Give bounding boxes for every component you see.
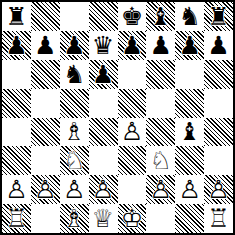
black-pawn-piece: ♟♟ xyxy=(146,31,175,60)
square-d8[interactable] xyxy=(89,2,118,31)
square-g7[interactable]: ♟♟ xyxy=(175,31,204,60)
square-b7[interactable]: ♟♟ xyxy=(31,31,60,60)
black-pawn-piece: ♟♟ xyxy=(31,31,60,60)
piece-glyph: ♞ xyxy=(175,2,204,31)
piece-glyph: ♟ xyxy=(175,31,204,60)
white-pawn-piece: ♟♙ xyxy=(89,175,118,204)
white-queen-piece: ♛♕ xyxy=(89,204,118,233)
black-pawn-piece: ♟♟ xyxy=(175,31,204,60)
black-knight-piece: ♞♞ xyxy=(60,60,89,89)
piece-glyph: ♚ xyxy=(118,2,147,31)
white-pawn-piece: ♟♙ xyxy=(60,175,89,204)
square-g6[interactable] xyxy=(175,60,204,89)
square-e4[interactable]: ♟♙ xyxy=(118,118,147,147)
square-a7[interactable]: ♟♟ xyxy=(2,31,31,60)
white-rook-piece: ♜♖ xyxy=(2,204,31,233)
black-queen-piece: ♛♛ xyxy=(89,31,118,60)
white-pawn-piece: ♟♙ xyxy=(146,175,175,204)
black-rook-piece: ♜♜ xyxy=(2,2,31,31)
square-c2[interactable]: ♟♙ xyxy=(60,175,89,204)
square-b5[interactable] xyxy=(31,89,60,118)
piece-glyph: ♕ xyxy=(89,204,118,233)
piece-glyph: ♟ xyxy=(118,31,147,60)
square-f5[interactable] xyxy=(146,89,175,118)
square-e6[interactable] xyxy=(118,60,147,89)
square-f1[interactable] xyxy=(146,204,175,233)
piece-glyph: ♗ xyxy=(60,204,89,233)
square-e8[interactable]: ♚♚ xyxy=(118,2,147,31)
piece-glyph: ♔ xyxy=(118,204,147,233)
piece-glyph: ♟ xyxy=(146,31,175,60)
piece-glyph: ♙ xyxy=(175,175,204,204)
piece-glyph: ♙ xyxy=(146,175,175,204)
piece-glyph: ♙ xyxy=(60,175,89,204)
square-c3[interactable]: ♞♘ xyxy=(60,146,89,175)
square-g4[interactable]: ♝♝ xyxy=(175,118,204,147)
chess-board: ♜♜♚♚♝♝♞♞♜♜♟♟♟♟♟♟♛♛♟♟♟♟♟♟♟♟♞♞♟♟♝♗♟♙♝♝♞♘♞♘… xyxy=(0,0,235,235)
piece-glyph: ♙ xyxy=(89,175,118,204)
square-e3[interactable] xyxy=(118,146,147,175)
piece-glyph: ♗ xyxy=(60,118,89,147)
white-pawn-piece: ♟♙ xyxy=(31,175,60,204)
piece-glyph: ♘ xyxy=(60,146,89,175)
square-e1[interactable]: ♚♔ xyxy=(118,204,147,233)
square-h5[interactable] xyxy=(204,89,233,118)
square-b1[interactable] xyxy=(31,204,60,233)
white-pawn-piece: ♟♙ xyxy=(204,175,233,204)
black-pawn-piece: ♟♟ xyxy=(60,31,89,60)
piece-glyph: ♟ xyxy=(60,31,89,60)
piece-glyph: ♜ xyxy=(204,2,233,31)
black-knight-piece: ♞♞ xyxy=(175,2,204,31)
square-c5[interactable] xyxy=(60,89,89,118)
square-f2[interactable]: ♟♙ xyxy=(146,175,175,204)
piece-glyph: ♜ xyxy=(2,2,31,31)
square-f6[interactable] xyxy=(146,60,175,89)
piece-glyph: ♟ xyxy=(204,31,233,60)
black-pawn-piece: ♟♟ xyxy=(2,31,31,60)
square-a1[interactable]: ♜♖ xyxy=(2,204,31,233)
piece-glyph: ♝ xyxy=(175,118,204,147)
square-h3[interactable] xyxy=(204,146,233,175)
square-d3[interactable] xyxy=(89,146,118,175)
square-a2[interactable]: ♟♙ xyxy=(2,175,31,204)
square-d5[interactable] xyxy=(89,89,118,118)
square-f7[interactable]: ♟♟ xyxy=(146,31,175,60)
white-king-piece: ♚♔ xyxy=(118,204,147,233)
square-h6[interactable] xyxy=(204,60,233,89)
square-c8[interactable] xyxy=(60,2,89,31)
square-d1[interactable]: ♛♕ xyxy=(89,204,118,233)
square-d4[interactable] xyxy=(89,118,118,147)
square-c6[interactable]: ♞♞ xyxy=(60,60,89,89)
square-h4[interactable] xyxy=(204,118,233,147)
white-knight-piece: ♞♘ xyxy=(60,146,89,175)
square-b2[interactable]: ♟♙ xyxy=(31,175,60,204)
square-g2[interactable]: ♟♙ xyxy=(175,175,204,204)
white-knight-piece: ♞♘ xyxy=(146,146,175,175)
white-rook-piece: ♜♖ xyxy=(204,204,233,233)
piece-glyph: ♞ xyxy=(60,60,89,89)
black-bishop-piece: ♝♝ xyxy=(175,118,204,147)
piece-glyph: ♟ xyxy=(31,31,60,60)
square-g5[interactable] xyxy=(175,89,204,118)
square-d6[interactable]: ♟♟ xyxy=(89,60,118,89)
white-bishop-piece: ♝♗ xyxy=(60,204,89,233)
black-king-piece: ♚♚ xyxy=(118,2,147,31)
square-f4[interactable] xyxy=(146,118,175,147)
square-a4[interactable] xyxy=(2,118,31,147)
square-e5[interactable] xyxy=(118,89,147,118)
square-f8[interactable]: ♝♝ xyxy=(146,2,175,31)
square-e2[interactable] xyxy=(118,175,147,204)
square-d7[interactable]: ♛♛ xyxy=(89,31,118,60)
black-rook-piece: ♜♜ xyxy=(204,2,233,31)
square-a5[interactable] xyxy=(2,89,31,118)
square-h2[interactable]: ♟♙ xyxy=(204,175,233,204)
piece-glyph: ♝ xyxy=(146,2,175,31)
piece-glyph: ♟ xyxy=(2,31,31,60)
white-pawn-piece: ♟♙ xyxy=(118,118,147,147)
square-b3[interactable] xyxy=(31,146,60,175)
piece-glyph: ♛ xyxy=(89,31,118,60)
square-a8[interactable]: ♜♜ xyxy=(2,2,31,31)
black-pawn-piece: ♟♟ xyxy=(89,60,118,89)
square-d2[interactable]: ♟♙ xyxy=(89,175,118,204)
square-b8[interactable] xyxy=(31,2,60,31)
square-h1[interactable]: ♜♖ xyxy=(204,204,233,233)
square-b6[interactable] xyxy=(31,60,60,89)
square-b4[interactable] xyxy=(31,118,60,147)
piece-glyph: ♙ xyxy=(204,175,233,204)
black-pawn-piece: ♟♟ xyxy=(118,31,147,60)
square-a3[interactable] xyxy=(2,146,31,175)
white-pawn-piece: ♟♙ xyxy=(2,175,31,204)
square-e7[interactable]: ♟♟ xyxy=(118,31,147,60)
square-c4[interactable]: ♝♗ xyxy=(60,118,89,147)
square-h7[interactable]: ♟♟ xyxy=(204,31,233,60)
white-bishop-piece: ♝♗ xyxy=(60,118,89,147)
square-c1[interactable]: ♝♗ xyxy=(60,204,89,233)
square-c7[interactable]: ♟♟ xyxy=(60,31,89,60)
square-g8[interactable]: ♞♞ xyxy=(175,2,204,31)
white-pawn-piece: ♟♙ xyxy=(175,175,204,204)
square-g3[interactable] xyxy=(175,146,204,175)
piece-glyph: ♙ xyxy=(118,118,147,147)
black-pawn-piece: ♟♟ xyxy=(204,31,233,60)
piece-glyph: ♟ xyxy=(89,60,118,89)
piece-glyph: ♖ xyxy=(204,204,233,233)
piece-glyph: ♙ xyxy=(31,175,60,204)
square-a6[interactable] xyxy=(2,60,31,89)
piece-glyph: ♘ xyxy=(146,146,175,175)
black-bishop-piece: ♝♝ xyxy=(146,2,175,31)
piece-glyph: ♖ xyxy=(2,204,31,233)
piece-glyph: ♙ xyxy=(2,175,31,204)
square-g1[interactable] xyxy=(175,204,204,233)
square-f3[interactable]: ♞♘ xyxy=(146,146,175,175)
square-h8[interactable]: ♜♜ xyxy=(204,2,233,31)
